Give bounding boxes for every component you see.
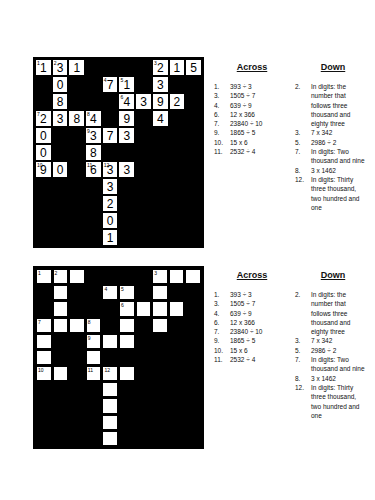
across-clue-7: 7.23840 ÷ 10 (214, 327, 296, 336)
blank-cell-r3c2[interactable] (54, 302, 68, 315)
clue-text: In digits: thenumber thatfollows threeth… (311, 82, 375, 128)
answer-digit: 2 (107, 198, 114, 210)
clue-text: 393 ÷ 3 (230, 82, 296, 91)
clue-label: 7. (295, 355, 311, 374)
clue-number-12: 12 (104, 162, 110, 168)
blank-cell-r8c5[interactable] (103, 383, 117, 396)
answer-cell-r1c9: 1 (170, 60, 185, 75)
answer-digit: 4 (157, 113, 164, 125)
down-clue-12: 12.In digits: Thirtythree thousand,two h… (295, 383, 375, 420)
answer-cell-r4c2: 3 (53, 111, 68, 126)
clue-label: 6. (214, 318, 230, 327)
clue-label: 12. (295, 175, 311, 212)
answer-digit: 3 (123, 130, 130, 142)
clue-text: In digits: Twothousand and nine (311, 147, 375, 166)
clue-text: 3 x 1462 (311, 166, 375, 175)
clue-text: 23840 ÷ 10 (230, 327, 296, 336)
answer-digit: 0 (40, 130, 47, 142)
blank-cell-r5c4-clue9[interactable]: 9 (87, 335, 101, 348)
answer-cell-r4c8: 4 (153, 111, 168, 126)
clue-number-1: 1 (38, 270, 41, 276)
answer-cell-r3c8: 9 (153, 94, 168, 109)
clue-text: 639 ÷ 9 (230, 101, 296, 110)
blank-cell-r2c2[interactable] (54, 286, 68, 299)
clue-label: 7. (214, 119, 230, 128)
answer-cell-r5c5: 7 (103, 128, 118, 143)
clue-text: In digits: Thirtythree thousand,two hund… (311, 383, 375, 420)
answer-digit: 1 (123, 79, 130, 91)
blank-cell-r4c6[interactable] (120, 319, 134, 332)
answer-digit: 0 (40, 147, 47, 159)
answer-cell-r7c2: 0 (53, 162, 68, 177)
answer-cell-r3c2: 8 (53, 94, 68, 109)
across-clue-3: 3.1505 ÷ 7 (214, 91, 296, 100)
clue-label: 4. (214, 309, 230, 318)
answer-digit: 3 (57, 113, 64, 125)
answer-cell-r3c6-clue6: 64 (119, 94, 134, 109)
across-clue-10: 10.15 x 6 (214, 346, 296, 355)
answer-digit: 3 (123, 164, 130, 176)
across-clue-3: 3.1505 ÷ 7 (214, 299, 296, 308)
answer-digit: 7 (107, 79, 114, 91)
down-clue-8: 8.3 x 1462 (295, 166, 375, 175)
across-heading-bottom: Across (214, 270, 290, 280)
clue-label: 6. (214, 110, 230, 119)
blank-cell-r2c8[interactable] (153, 286, 167, 299)
answer-digit: 4 (90, 113, 97, 125)
blank-cell-r1c1-clue1[interactable]: 1 (37, 270, 51, 283)
clue-label: 9. (214, 336, 230, 345)
answer-cell-r4c1-clue7: 72 (36, 111, 51, 126)
across-clue-4: 4.639 ÷ 9 (214, 101, 296, 110)
answer-cell-r5c6: 3 (119, 128, 134, 143)
clue-label: 8. (295, 166, 311, 175)
clue-text: In digits: Thirtythree thousand,two hund… (311, 175, 375, 212)
blank-cell-r11c5[interactable] (103, 432, 117, 445)
clue-label: 1. (214, 82, 230, 91)
answer-digit: 8 (57, 96, 64, 108)
clue-number-1: 1 (37, 60, 40, 66)
answer-digit: 2 (174, 96, 181, 108)
across-clue-9: 9.1865 ÷ 5 (214, 336, 296, 345)
down-clue-list-top: 2.In digits: thenumber thatfollows three… (295, 82, 375, 212)
clue-text: 2986 ÷ 2 (311, 138, 375, 147)
blank-cell-r5c6[interactable] (120, 335, 134, 348)
clue-text: 15 x 6 (230, 346, 296, 355)
clue-label: 2. (295, 290, 311, 336)
clue-label: 10. (214, 346, 230, 355)
answer-cell-r2c8: 3 (153, 77, 168, 92)
clue-label: 11. (214, 147, 230, 156)
answer-cell-r1c10: 5 (186, 60, 201, 75)
answer-cell-r1c3: 1 (69, 60, 84, 75)
answer-digit: 3 (157, 79, 164, 91)
answer-cell-r3c9: 2 (170, 94, 185, 109)
answer-cell-r4c4-clue8: 84 (86, 111, 101, 126)
down-clue-8: 8.3 x 1462 (295, 374, 375, 383)
answer-cell-r2c6-clue5: 51 (119, 77, 134, 92)
clue-number-10: 10 (38, 367, 44, 373)
answer-cell-r7c4-clue11: 116 (86, 162, 101, 177)
answer-cell-r1c8-clue3: 32 (153, 60, 168, 75)
clue-number-6: 6 (120, 94, 123, 100)
clue-text: 7 x 342 (311, 128, 375, 137)
clue-text: 2986 ÷ 2 (311, 346, 375, 355)
clue-text: 1505 ÷ 7 (230, 91, 296, 100)
down-clue-list-bottom: 2.In digits: thenumber thatfollows three… (295, 290, 375, 420)
answer-cell-r10c5: 0 (103, 213, 118, 228)
answer-cell-r7c6: 3 (119, 162, 134, 177)
clue-number-5: 5 (121, 286, 124, 292)
clue-label: 8. (295, 374, 311, 383)
across-clue-6: 6.12 x 366 (214, 110, 296, 119)
blank-cell-r6c4[interactable] (87, 351, 101, 364)
answer-cell-r1c2-clue2: 23 (53, 60, 68, 75)
clue-text: 2532 ÷ 4 (230, 147, 296, 156)
answer-cell-r4c6: 9 (119, 111, 134, 126)
answer-digit: 8 (90, 147, 97, 159)
clue-label: 3. (295, 128, 311, 137)
clue-number-8: 8 (87, 111, 90, 117)
clue-label: 2. (295, 82, 311, 128)
clue-label: 12. (295, 383, 311, 420)
answer-digit: 0 (107, 215, 114, 227)
blank-cell-r7c1-clue10[interactable]: 10 (37, 367, 51, 380)
clue-number-7: 7 (37, 111, 40, 117)
across-clue-11: 11.2532 ÷ 4 (214, 147, 296, 156)
down-clue-7: 7.In digits: Twothousand and nine (295, 355, 375, 374)
clue-text: In digits: Twothousand and nine (311, 355, 375, 374)
blank-cell-r2c5-clue4[interactable]: 4 (103, 286, 117, 299)
blank-cell-r7c5-clue12[interactable]: 12 (103, 367, 117, 380)
down-clue-12: 12.In digits: Thirtythree thousand,two h… (295, 175, 375, 212)
blank-cell-r5c5[interactable] (103, 335, 117, 348)
blank-cell-r4c3[interactable] (70, 319, 84, 332)
answer-cell-r2c2: 0 (53, 77, 68, 92)
answer-cell-r5c4-clue9: 93 (86, 128, 101, 143)
clue-label: 3. (214, 91, 230, 100)
across-clue-list-top: 1.393 ÷ 33.1505 ÷ 74.639 ÷ 96.12 x 3667.… (214, 82, 296, 156)
clue-text: 1865 ÷ 5 (230, 128, 296, 137)
answer-cell-r4c3: 8 (69, 111, 84, 126)
clue-label: 9. (214, 128, 230, 137)
answer-digit: 7 (107, 130, 114, 142)
answer-cell-r3c7: 3 (136, 94, 151, 109)
blank-cell-r3c7[interactable] (137, 302, 151, 315)
answer-cell-r6c4: 8 (86, 145, 101, 160)
clue-label: 1. (214, 290, 230, 299)
down-heading-top: Down (295, 62, 371, 72)
clue-number-3: 3 (154, 270, 157, 276)
across-clue-1: 1.393 ÷ 3 (214, 290, 296, 299)
clue-text: In digits: thenumber thatfollows threeth… (311, 290, 375, 336)
clue-number-3: 3 (154, 60, 157, 66)
across-heading-top: Across (214, 62, 290, 72)
answer-digit: 0 (57, 79, 64, 91)
blank-cell-r7c2[interactable] (54, 367, 68, 380)
blank-cell-r1c9[interactable] (170, 270, 184, 283)
blank-cell-r4c4-clue8[interactable]: 8 (87, 319, 101, 332)
clue-label: 10. (214, 138, 230, 147)
answer-digit: 1 (40, 62, 47, 74)
answer-digit: 1 (73, 62, 80, 74)
blank-cell-r7c4-clue11[interactable]: 11 (87, 367, 101, 380)
clue-number-9: 9 (87, 128, 90, 134)
clue-text: 12 x 366 (230, 318, 296, 327)
clue-number-11: 11 (87, 162, 92, 168)
blank-cell-r6c1[interactable] (37, 351, 51, 364)
answer-digit: 1 (174, 62, 181, 74)
across-clue-10: 10.15 x 6 (214, 138, 296, 147)
down-clue-3: 3.7 x 342 (295, 336, 375, 345)
answer-cell-r11c5: 1 (103, 230, 118, 245)
clue-text: 12 x 366 (230, 110, 296, 119)
clue-label: 3. (295, 336, 311, 345)
clue-number-7: 7 (38, 319, 41, 325)
clue-number-11: 11 (88, 367, 93, 373)
blank-cell-r7c6[interactable] (120, 367, 134, 380)
blank-cell-r3c9[interactable] (170, 302, 184, 315)
across-clue-6: 6.12 x 366 (214, 318, 296, 327)
across-clue-list-bottom: 1.393 ÷ 33.1505 ÷ 74.639 ÷ 96.12 x 3667.… (214, 290, 296, 364)
clue-number-8: 8 (88, 319, 91, 325)
blank-cell-r4c8[interactable] (153, 319, 167, 332)
down-clue-7: 7.In digits: Twothousand and nine (295, 147, 375, 166)
answer-digit: 3 (107, 181, 114, 193)
blank-grid: 123456789101112 (33, 266, 204, 449)
answer-digit: 0 (57, 164, 64, 176)
blank-cell-r4c2[interactable] (54, 319, 68, 332)
across-clue-7: 7.23840 ÷ 10 (214, 119, 296, 128)
clue-label: 7. (214, 327, 230, 336)
blank-cell-r1c2-clue2[interactable]: 2 (54, 270, 68, 283)
worksheet-page: { "game": "cross-number puzzle (math cro… (0, 0, 375, 500)
blank-cell-r1c10[interactable] (186, 270, 200, 283)
down-clue-5: 5.2986 ÷ 2 (295, 346, 375, 355)
across-clue-9: 9.1865 ÷ 5 (214, 128, 296, 137)
answer-cell-r5c1: 0 (36, 128, 51, 143)
answer-cell-r7c5-clue12: 123 (103, 162, 118, 177)
answer-digit: 9 (123, 113, 130, 125)
clue-number-12: 12 (104, 367, 110, 373)
blank-cell-r3c8[interactable] (153, 302, 167, 315)
down-heading-bottom: Down (295, 270, 371, 280)
blank-cell-r1c3[interactable] (70, 270, 84, 283)
clue-label: 3. (214, 299, 230, 308)
answer-cell-r1c1-clue1: 11 (36, 60, 51, 75)
clue-label: 5. (295, 138, 311, 147)
blank-cell-r1c8-clue3[interactable]: 3 (153, 270, 167, 283)
down-clue-2: 2.In digits: thenumber thatfollows three… (295, 290, 375, 336)
answer-digit: 2 (157, 62, 164, 74)
answer-digit: 3 (90, 130, 97, 142)
answer-cell-r2c5-clue4: 47 (103, 77, 118, 92)
blank-cell-r9c5[interactable] (103, 399, 117, 412)
down-clue-5: 5.2986 ÷ 2 (295, 138, 375, 147)
blank-cell-r2c6-clue5[interactable]: 5 (120, 286, 134, 299)
clue-number-4: 4 (104, 77, 107, 83)
clue-text: 393 ÷ 3 (230, 290, 296, 299)
blank-cell-r4c1-clue7[interactable]: 7 (37, 319, 51, 332)
clue-number-5: 5 (120, 77, 123, 83)
clue-text: 3 x 1462 (311, 374, 375, 383)
clue-number-4: 4 (104, 286, 107, 292)
across-clue-4: 4.639 ÷ 9 (214, 309, 296, 318)
clue-number-2: 2 (54, 60, 57, 66)
answer-cell-r6c1: 0 (36, 145, 51, 160)
clue-number-9: 9 (88, 335, 91, 341)
clue-number-6: 6 (121, 302, 124, 308)
answer-digit: 3 (140, 96, 147, 108)
clue-number-2: 2 (55, 270, 58, 276)
clue-label: 11. (214, 355, 230, 364)
answer-cell-r8c5: 3 (103, 179, 118, 194)
answer-digit: 3 (57, 62, 64, 74)
across-clue-1: 1.393 ÷ 3 (214, 82, 296, 91)
answer-grid: 1123132150475138643927238849409373081090… (33, 57, 204, 248)
down-clue-2: 2.In digits: thenumber thatfollows three… (295, 82, 375, 128)
answer-digit: 1 (107, 232, 114, 244)
across-clue-11: 11.2532 ÷ 4 (214, 355, 296, 364)
clue-text: 639 ÷ 9 (230, 309, 296, 318)
answer-digit: 4 (123, 96, 130, 108)
clue-text: 7 x 342 (311, 336, 375, 345)
clue-text: 1865 ÷ 5 (230, 336, 296, 345)
answer-digit: 8 (73, 113, 80, 125)
clue-label: 5. (295, 346, 311, 355)
down-clue-3: 3.7 x 342 (295, 128, 375, 137)
clue-text: 2532 ÷ 4 (230, 355, 296, 364)
blank-cell-r3c6-clue6[interactable]: 6 (120, 302, 134, 315)
blank-cell-r10c5[interactable] (103, 416, 117, 429)
clue-text: 1505 ÷ 7 (230, 299, 296, 308)
clue-number-10: 10 (37, 162, 43, 168)
clue-label: 7. (295, 147, 311, 166)
blank-cell-r5c1[interactable] (37, 335, 51, 348)
answer-cell-r9c5: 2 (103, 196, 118, 211)
answer-digit: 2 (40, 113, 47, 125)
answer-cell-r7c1-clue10: 109 (36, 162, 51, 177)
clue-label: 4. (214, 101, 230, 110)
clue-text: 15 x 6 (230, 138, 296, 147)
clue-text: 23840 ÷ 10 (230, 119, 296, 128)
answer-digit: 5 (190, 62, 197, 74)
answer-digit: 9 (157, 96, 164, 108)
